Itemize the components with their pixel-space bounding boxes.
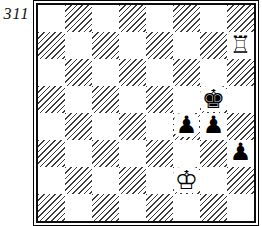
square-e3[interactable] [146, 140, 173, 167]
square-g5[interactable]: ♚ [200, 86, 227, 113]
square-b2[interactable] [65, 167, 92, 194]
piece-black-pawn: ♟ [228, 140, 254, 164]
square-a4[interactable] [38, 113, 65, 140]
square-b3[interactable] [65, 140, 92, 167]
square-a7[interactable] [38, 32, 65, 59]
square-b8[interactable] [65, 5, 92, 32]
square-f4[interactable]: ♟ [173, 113, 200, 140]
square-b6[interactable] [65, 59, 92, 86]
square-b4[interactable] [65, 113, 92, 140]
square-e8[interactable] [146, 5, 173, 32]
square-e5[interactable] [146, 86, 173, 113]
square-a5[interactable] [38, 86, 65, 113]
square-a1[interactable] [38, 194, 65, 221]
square-c6[interactable] [92, 59, 119, 86]
square-d3[interactable] [119, 140, 146, 167]
square-f3[interactable] [173, 140, 200, 167]
square-d7[interactable] [119, 32, 146, 59]
square-c3[interactable] [92, 140, 119, 167]
square-c5[interactable] [92, 86, 119, 113]
square-f1[interactable] [173, 194, 200, 221]
piece-black-pawn: ♟ [201, 113, 227, 137]
square-a3[interactable] [38, 140, 65, 167]
square-d2[interactable] [119, 167, 146, 194]
square-h8[interactable] [227, 5, 254, 32]
square-b1[interactable] [65, 194, 92, 221]
square-a2[interactable] [38, 167, 65, 194]
square-h2[interactable] [227, 167, 254, 194]
square-f2[interactable]: ♔ [173, 167, 200, 194]
square-g1[interactable] [200, 194, 227, 221]
square-e2[interactable] [146, 167, 173, 194]
square-a6[interactable] [38, 59, 65, 86]
square-h6[interactable] [227, 59, 254, 86]
square-b5[interactable] [65, 86, 92, 113]
square-g4[interactable]: ♟ [200, 113, 227, 140]
chess-diagram-page: 311 ♖♚♟♟♟♔ [0, 0, 262, 226]
square-f8[interactable] [173, 5, 200, 32]
square-c2[interactable] [92, 167, 119, 194]
board-outer-border: ♖♚♟♟♟♔ [33, 0, 259, 226]
piece-black-pawn: ♟ [174, 113, 200, 137]
square-c1[interactable] [92, 194, 119, 221]
square-b7[interactable] [65, 32, 92, 59]
square-e7[interactable] [146, 32, 173, 59]
square-c4[interactable] [92, 113, 119, 140]
square-h3[interactable]: ♟ [227, 140, 254, 167]
square-g8[interactable] [200, 5, 227, 32]
square-d4[interactable] [119, 113, 146, 140]
square-h7[interactable]: ♖ [227, 32, 254, 59]
diagram-number: 311 [1, 5, 32, 23]
square-h4[interactable] [227, 113, 254, 140]
chess-board: ♖♚♟♟♟♔ [38, 5, 254, 221]
square-a8[interactable] [38, 5, 65, 32]
square-e6[interactable] [146, 59, 173, 86]
square-c7[interactable] [92, 32, 119, 59]
square-e1[interactable] [146, 194, 173, 221]
board-inner-border: ♖♚♟♟♟♔ [36, 3, 256, 223]
square-e4[interactable] [146, 113, 173, 140]
square-g2[interactable] [200, 167, 227, 194]
square-g3[interactable] [200, 140, 227, 167]
square-d8[interactable] [119, 5, 146, 32]
square-d6[interactable] [119, 59, 146, 86]
square-d5[interactable] [119, 86, 146, 113]
piece-black-king: ♚ [200, 86, 227, 112]
square-d1[interactable] [119, 194, 146, 221]
square-h5[interactable] [227, 86, 254, 113]
piece-white-king: ♔ [173, 167, 200, 193]
square-h1[interactable] [227, 194, 254, 221]
square-c8[interactable] [92, 5, 119, 32]
square-g6[interactable] [200, 59, 227, 86]
piece-white-rook: ♖ [228, 33, 254, 57]
square-f7[interactable] [173, 32, 200, 59]
square-f6[interactable] [173, 59, 200, 86]
square-f5[interactable] [173, 86, 200, 113]
square-g7[interactable] [200, 32, 227, 59]
